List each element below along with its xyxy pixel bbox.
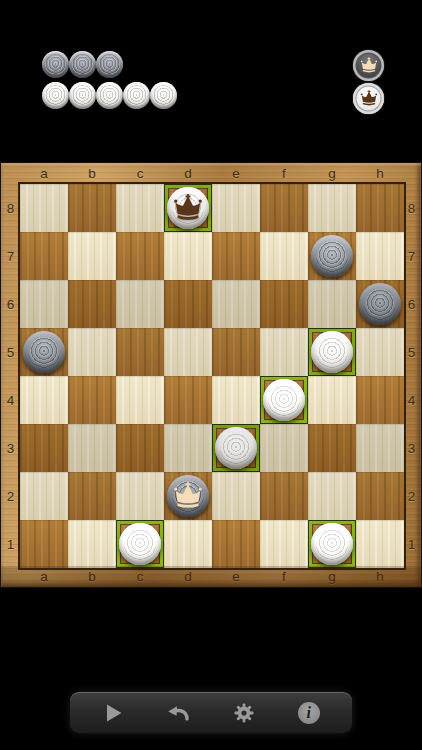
square-h3[interactable]	[356, 424, 404, 472]
rank-label: 2	[1, 472, 20, 520]
captured-white-piece	[96, 82, 123, 109]
file-label: c	[116, 566, 164, 587]
bottom-toolbar: i	[70, 692, 352, 733]
file-label: e	[212, 566, 260, 587]
checkers-board: abcdefgh abcdefgh 87654321 87654321	[0, 162, 422, 588]
square-b3[interactable]	[68, 424, 116, 472]
square-c4[interactable]	[116, 376, 164, 424]
square-b1[interactable]	[68, 520, 116, 568]
info-icon: i	[298, 702, 320, 724]
rank-label: 6	[402, 280, 421, 328]
board-squares	[20, 184, 404, 568]
square-b7[interactable]	[68, 232, 116, 280]
captured-black-piece	[69, 51, 96, 78]
file-label: e	[212, 163, 260, 184]
captured-white-piece	[42, 82, 69, 109]
info-button[interactable]: i	[287, 692, 331, 733]
white-king-badge[interactable]	[353, 83, 384, 114]
white-man-piece[interactable]	[311, 331, 353, 373]
square-b8[interactable]	[68, 184, 116, 232]
square-c8[interactable]	[116, 184, 164, 232]
square-f6[interactable]	[260, 280, 308, 328]
file-label: a	[20, 566, 68, 587]
square-e5[interactable]	[212, 328, 260, 376]
white-king-crown-icon	[171, 194, 205, 222]
white-man-piece[interactable]	[263, 379, 305, 421]
square-g2[interactable]	[308, 472, 356, 520]
square-e4[interactable]	[212, 376, 260, 424]
black-man-piece[interactable]	[359, 283, 401, 325]
file-label: d	[164, 163, 212, 184]
square-g4[interactable]	[308, 376, 356, 424]
square-e8[interactable]	[212, 184, 260, 232]
file-label: g	[308, 163, 356, 184]
undo-arrow-icon	[166, 701, 190, 725]
square-d3[interactable]	[164, 424, 212, 472]
black-king-crown-icon	[171, 482, 205, 510]
black-king-badge[interactable]	[353, 50, 384, 81]
square-d2[interactable]	[164, 472, 212, 520]
white-man-piece[interactable]	[311, 523, 353, 565]
file-label: f	[260, 163, 308, 184]
square-c2[interactable]	[116, 472, 164, 520]
square-h8[interactable]	[356, 184, 404, 232]
square-a1[interactable]	[20, 520, 68, 568]
file-label: b	[68, 566, 116, 587]
square-f2[interactable]	[260, 472, 308, 520]
captured-black-pieces-row	[42, 51, 177, 79]
square-f7[interactable]	[260, 232, 308, 280]
square-a5[interactable]	[20, 328, 68, 376]
square-h2[interactable]	[356, 472, 404, 520]
captured-white-piece	[150, 82, 177, 109]
square-h1[interactable]	[356, 520, 404, 568]
rank-label: 8	[402, 184, 421, 232]
square-g6[interactable]	[308, 280, 356, 328]
square-h4[interactable]	[356, 376, 404, 424]
white-man-piece[interactable]	[215, 427, 257, 469]
rank-label: 4	[1, 376, 20, 424]
square-h7[interactable]	[356, 232, 404, 280]
square-g1[interactable]	[308, 520, 356, 568]
rank-label: 3	[402, 424, 421, 472]
rank-label: 3	[1, 424, 20, 472]
square-a3[interactable]	[20, 424, 68, 472]
captured-white-pieces-row	[42, 82, 177, 110]
square-c1[interactable]	[116, 520, 164, 568]
file-label: f	[260, 566, 308, 587]
square-e6[interactable]	[212, 280, 260, 328]
black-man-piece[interactable]	[311, 235, 353, 277]
square-c3[interactable]	[116, 424, 164, 472]
square-a4[interactable]	[20, 376, 68, 424]
square-g5[interactable]	[308, 328, 356, 376]
file-labels-top: abcdefgh	[20, 163, 404, 184]
black-king-piece[interactable]	[167, 475, 209, 517]
play-button[interactable]	[91, 692, 135, 733]
square-c5[interactable]	[116, 328, 164, 376]
square-e1[interactable]	[212, 520, 260, 568]
file-label: h	[356, 566, 404, 587]
settings-button[interactable]	[222, 692, 266, 733]
square-a8[interactable]	[20, 184, 68, 232]
file-labels-bottom: abcdefgh	[20, 566, 404, 587]
square-e2[interactable]	[212, 472, 260, 520]
square-e7[interactable]	[212, 232, 260, 280]
square-h5[interactable]	[356, 328, 404, 376]
square-a7[interactable]	[20, 232, 68, 280]
rank-label: 8	[1, 184, 20, 232]
captured-pieces-tray	[42, 51, 177, 110]
square-c7[interactable]	[116, 232, 164, 280]
rank-label: 2	[402, 472, 421, 520]
rank-label: 7	[402, 232, 421, 280]
rank-labels-right: 87654321	[402, 184, 421, 568]
square-g7[interactable]	[308, 232, 356, 280]
square-b6[interactable]	[68, 280, 116, 328]
gear-icon	[232, 701, 256, 725]
undo-button[interactable]	[156, 692, 200, 733]
rank-label: 1	[1, 520, 20, 568]
captured-white-piece	[69, 82, 96, 109]
square-a6[interactable]	[20, 280, 68, 328]
square-d7[interactable]	[164, 232, 212, 280]
rank-label: 5	[402, 328, 421, 376]
black-man-piece[interactable]	[23, 331, 65, 373]
rank-label: 4	[402, 376, 421, 424]
rank-labels-left: 87654321	[1, 184, 20, 568]
square-f5[interactable]	[260, 328, 308, 376]
square-b4[interactable]	[68, 376, 116, 424]
square-g3[interactable]	[308, 424, 356, 472]
file-label: d	[164, 566, 212, 587]
square-g8[interactable]	[308, 184, 356, 232]
file-label: c	[116, 163, 164, 184]
play-icon	[101, 701, 125, 725]
square-f4[interactable]	[260, 376, 308, 424]
square-d4[interactable]	[164, 376, 212, 424]
file-label: a	[20, 163, 68, 184]
captured-black-piece	[96, 51, 123, 78]
square-d6[interactable]	[164, 280, 212, 328]
square-f3[interactable]	[260, 424, 308, 472]
square-f1[interactable]	[260, 520, 308, 568]
square-c6[interactable]	[116, 280, 164, 328]
square-d5[interactable]	[164, 328, 212, 376]
square-d1[interactable]	[164, 520, 212, 568]
square-f8[interactable]	[260, 184, 308, 232]
rank-label: 1	[402, 520, 421, 568]
white-king-piece[interactable]	[167, 187, 209, 229]
captured-white-piece	[123, 82, 150, 109]
rank-label: 6	[1, 280, 20, 328]
rank-label: 5	[1, 328, 20, 376]
square-e3[interactable]	[212, 424, 260, 472]
rank-label: 7	[1, 232, 20, 280]
file-label: g	[308, 566, 356, 587]
white-man-piece[interactable]	[119, 523, 161, 565]
captured-black-piece	[42, 51, 69, 78]
file-label: h	[356, 163, 404, 184]
square-b2[interactable]	[68, 472, 116, 520]
square-a2[interactable]	[20, 472, 68, 520]
king-badges	[353, 50, 384, 114]
square-h6[interactable]	[356, 280, 404, 328]
square-d8[interactable]	[164, 184, 212, 232]
file-label: b	[68, 163, 116, 184]
square-b5[interactable]	[68, 328, 116, 376]
